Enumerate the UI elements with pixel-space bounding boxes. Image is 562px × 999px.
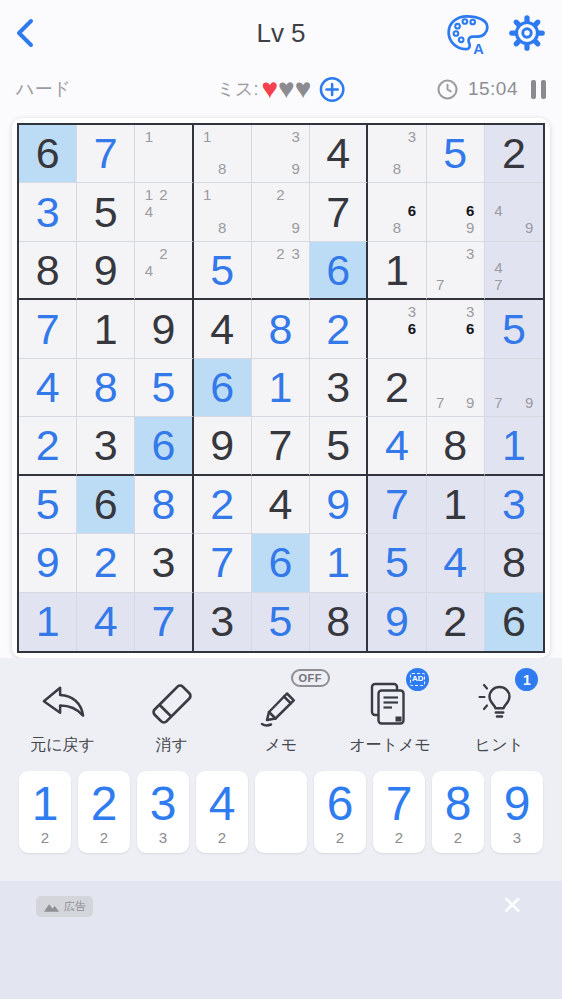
- pencil-mark: 2: [156, 186, 171, 203]
- numpad-digit: 2: [91, 780, 118, 828]
- clock-icon: [436, 78, 459, 101]
- pencil-mark: 3: [404, 303, 419, 320]
- pencil-mark: 4: [141, 262, 156, 279]
- cell-value: 3: [152, 541, 176, 584]
- cell-value: 1: [94, 308, 118, 351]
- pencil-mark: 7: [491, 276, 506, 293]
- gear-icon: [506, 12, 548, 54]
- cell-value: 9: [210, 424, 234, 467]
- cell-value: 3: [210, 600, 234, 643]
- ad-label: 広告: [64, 899, 86, 914]
- cell-value: 2: [385, 366, 409, 409]
- numpad-digit: 1: [32, 780, 59, 828]
- cell-r6c4[interactable]: 9: [194, 417, 252, 475]
- cell-value: 3: [36, 191, 60, 234]
- pencil-mark: 3: [463, 245, 478, 262]
- pencil-mark: 2: [273, 245, 288, 262]
- pencil-marks: 36: [374, 303, 419, 352]
- cell-r1c4[interactable]: 18: [194, 125, 252, 183]
- miss-label: ミス:: [217, 77, 259, 101]
- pencil-mark: 8: [389, 160, 404, 177]
- miss-counter: ミス: ♥♥♥: [217, 75, 346, 103]
- pencil-mark: 9: [288, 219, 303, 236]
- cell-value: 6: [36, 132, 60, 175]
- numpad-remaining-count: 2: [336, 830, 344, 845]
- cell-value: 2: [326, 308, 350, 351]
- ad-close-button[interactable]: ×: [502, 887, 522, 921]
- numpad-8[interactable]: 82: [432, 771, 484, 853]
- cell-r2c6[interactable]: 7: [310, 183, 368, 241]
- cell-r4c7[interactable]: 36: [368, 300, 426, 358]
- cell-r8c2[interactable]: 2: [77, 534, 135, 592]
- pencil-marks: 23: [258, 245, 303, 293]
- numpad-digit: 4: [209, 780, 236, 828]
- cell-value: 8: [152, 483, 176, 526]
- numpad-9[interactable]: 93: [491, 771, 543, 853]
- erase-label: 消す: [156, 735, 188, 756]
- cell-r2c2[interactable]: 5: [77, 183, 135, 241]
- numpad-remaining-count: 2: [41, 830, 49, 845]
- cell-value: 1: [443, 483, 467, 526]
- pause-bar: [531, 80, 536, 99]
- cell-value: 9: [36, 541, 60, 584]
- cell-r8c1[interactable]: 9: [19, 534, 77, 592]
- cell-value: 5: [210, 249, 234, 292]
- cell-r4c2[interactable]: 1: [77, 300, 135, 358]
- pencil-mark: 4: [491, 202, 506, 219]
- cell-value: 9: [326, 483, 350, 526]
- cell-r5c1[interactable]: 4: [19, 359, 77, 417]
- cell-r4c5[interactable]: 8: [252, 300, 310, 358]
- chevron-left-icon: [14, 18, 36, 48]
- numpad-remaining-count: 3: [159, 830, 167, 845]
- cell-r9c5[interactable]: 5: [252, 593, 310, 651]
- pencil-marks: 38: [374, 128, 419, 177]
- cell-r9c2[interactable]: 4: [77, 593, 135, 651]
- numpad-4[interactable]: 42: [196, 771, 248, 853]
- eraser-icon: [148, 680, 196, 728]
- cell-r9c8[interactable]: 2: [427, 593, 485, 651]
- cell-r9c7[interactable]: 9: [368, 593, 426, 651]
- cell-r3c8[interactable]: 37: [427, 242, 485, 300]
- heart-gray-icon: ♥: [295, 73, 312, 104]
- cell-value: 9: [152, 308, 176, 351]
- timer-group: 15:04: [436, 78, 546, 101]
- cell-r2c9[interactable]: 49: [485, 183, 543, 241]
- palette-icon: A: [445, 11, 491, 55]
- cell-value: 8: [326, 600, 350, 643]
- memo-label: メモ: [265, 735, 298, 756]
- cell-value: 7: [269, 424, 293, 467]
- pencil-mark: 3: [288, 245, 303, 262]
- cell-r3c3[interactable]: 24: [135, 242, 193, 300]
- pencil-marks: 29: [258, 186, 303, 235]
- numpad-digit: 3: [150, 780, 177, 828]
- cell-r5c3[interactable]: 5: [135, 359, 193, 417]
- cell-value: 2: [502, 132, 526, 175]
- pause-bar: [541, 80, 546, 99]
- cell-r4c4[interactable]: 4: [194, 300, 252, 358]
- cell-r9c9[interactable]: 6: [485, 593, 543, 651]
- undo-label: 元に戻す: [30, 735, 95, 756]
- cell-r7c2[interactable]: 6: [77, 476, 135, 534]
- settings-button[interactable]: [506, 12, 548, 54]
- cell-value: 1: [269, 366, 293, 409]
- auto-memo-button[interactable]: AD オートメモ: [336, 678, 445, 756]
- cell-value: 4: [94, 600, 118, 643]
- cell-r2c8[interactable]: 69: [427, 183, 485, 241]
- controls-section: 元に戻す 消す: [0, 658, 562, 881]
- hint-count-badge: 1: [515, 668, 538, 691]
- numpad-7[interactable]: 72: [373, 771, 425, 853]
- cell-r5c2[interactable]: 8: [77, 359, 135, 417]
- cell-r7c6[interactable]: 9: [310, 476, 368, 534]
- cell-r3c1[interactable]: 8: [19, 242, 77, 300]
- cell-value: 7: [210, 541, 234, 584]
- svg-text:A: A: [473, 41, 484, 55]
- pencil-mark: 2: [273, 186, 288, 203]
- ad-chart-icon: [43, 900, 60, 913]
- pencil-mark: 9: [522, 219, 537, 236]
- hint-label: ヒント: [475, 735, 524, 756]
- pencil-marks: 18: [200, 186, 245, 235]
- pencil-mark: 9: [522, 394, 537, 411]
- cell-r8c8[interactable]: 4: [427, 534, 485, 592]
- pencil-mark: 6: [463, 202, 478, 219]
- cell-r3c7[interactable]: 1: [368, 242, 426, 300]
- pencil-mark: 4: [141, 203, 156, 220]
- cell-r4c1[interactable]: 7: [19, 300, 77, 358]
- numpad-1[interactable]: 12: [19, 771, 71, 853]
- hint-button[interactable]: 1 ヒント: [445, 678, 554, 756]
- numpad-remaining-count: 2: [395, 830, 403, 845]
- cell-r1c3[interactable]: 1: [135, 125, 193, 183]
- cell-r4c3[interactable]: 9: [135, 300, 193, 358]
- cell-r1c6[interactable]: 4: [310, 125, 368, 183]
- pencil-mark: 6: [463, 320, 478, 337]
- cell-r6c1[interactable]: 2: [19, 417, 77, 475]
- undo-button[interactable]: 元に戻す: [8, 678, 117, 756]
- cell-r7c8[interactable]: 1: [427, 476, 485, 534]
- cell-value: 7: [94, 132, 118, 175]
- status-bar: ハード ミス: ♥♥♥ 15:04: [0, 66, 562, 112]
- cell-value: 7: [152, 600, 176, 643]
- cell-r6c8[interactable]: 8: [427, 417, 485, 475]
- pencil-mark: 9: [288, 160, 303, 177]
- cell-value: 4: [326, 132, 350, 175]
- pencil-marks: 79: [491, 362, 537, 411]
- cell-r3c6[interactable]: 6: [310, 242, 368, 300]
- pencil-mark: 4: [491, 259, 506, 276]
- cell-value: 3: [326, 366, 350, 409]
- pencil-mark: 9: [463, 394, 478, 411]
- auto-memo-label: オートメモ: [349, 735, 431, 756]
- pencil-mark: 3: [463, 303, 478, 320]
- cell-r6c2[interactable]: 3: [77, 417, 135, 475]
- cell-r2c1[interactable]: 3: [19, 183, 77, 241]
- cell-r5c4[interactable]: 6: [194, 359, 252, 417]
- cell-value: 5: [502, 308, 526, 351]
- memo-button[interactable]: OFF メモ: [226, 678, 335, 756]
- difficulty-label: ハード: [16, 77, 71, 101]
- cell-value: 5: [152, 366, 176, 409]
- cell-r7c9[interactable]: 3: [485, 476, 543, 534]
- heart-red-icon: ♥: [261, 73, 278, 104]
- cell-r6c5[interactable]: 7: [252, 417, 310, 475]
- cell-r2c3[interactable]: 124: [135, 183, 193, 241]
- pencil-mark: 7: [491, 394, 506, 411]
- cell-value: 6: [210, 366, 234, 409]
- cell-r4c8[interactable]: 36: [427, 300, 485, 358]
- pencil-marks: 37: [433, 245, 478, 293]
- cell-value: 1: [385, 249, 409, 292]
- numpad-remaining-count: 2: [218, 830, 226, 845]
- pencil-marks: 79: [433, 362, 478, 411]
- top-bar: Lv 5 A: [0, 0, 562, 66]
- cell-value: 8: [443, 424, 467, 467]
- cell-value: 2: [210, 483, 234, 526]
- cell-value: 5: [385, 541, 409, 584]
- pencil-marks: 69: [433, 186, 478, 235]
- cell-value: 2: [443, 600, 467, 643]
- cell-value: 4: [36, 366, 60, 409]
- cell-r6c9[interactable]: 1: [485, 417, 543, 475]
- cell-r4c6[interactable]: 2: [310, 300, 368, 358]
- cell-value: 8: [502, 541, 526, 584]
- numpad-digit: 7: [386, 780, 413, 828]
- toolbar: 元に戻す 消す: [0, 678, 562, 756]
- erase-button[interactable]: 消す: [117, 678, 226, 756]
- theme-palette-button[interactable]: A: [445, 11, 491, 55]
- pencil-mark: 1: [200, 128, 215, 145]
- cell-r8c7[interactable]: 5: [368, 534, 426, 592]
- pencil-marks: 124: [141, 186, 185, 235]
- cell-value: 4: [385, 424, 409, 467]
- cell-value: 9: [94, 249, 118, 292]
- numpad-6[interactable]: 62: [314, 771, 366, 853]
- back-button[interactable]: [14, 10, 52, 56]
- cell-r5c7[interactable]: 2: [368, 359, 426, 417]
- numpad-2[interactable]: 22: [78, 771, 130, 853]
- cell-value: 6: [152, 424, 176, 467]
- cell-r7c1[interactable]: 5: [19, 476, 77, 534]
- pencil-marks: 36: [433, 303, 478, 352]
- cell-r2c4[interactable]: 18: [194, 183, 252, 241]
- pencil-marks: 49: [491, 186, 537, 235]
- cell-r3c9[interactable]: 47: [485, 242, 543, 300]
- numpad-remaining-count: 2: [100, 830, 108, 845]
- cell-value: 1: [36, 600, 60, 643]
- cell-r6c3[interactable]: 6: [135, 417, 193, 475]
- cell-value: 3: [502, 483, 526, 526]
- pencil-mark: 8: [215, 160, 230, 177]
- cell-r2c7[interactable]: 68: [368, 183, 426, 241]
- pencil-mark: 8: [389, 219, 404, 236]
- cell-value: 5: [36, 483, 60, 526]
- cell-r8c6[interactable]: 1: [310, 534, 368, 592]
- cell-r8c4[interactable]: 7: [194, 534, 252, 592]
- numpad-digit: 6: [327, 780, 354, 828]
- cell-r8c3[interactable]: 3: [135, 534, 193, 592]
- pencil-marks: 47: [491, 245, 537, 293]
- pencil-mark: 3: [404, 128, 419, 145]
- pencil-mark: 7: [433, 394, 448, 411]
- cell-value: 9: [385, 600, 409, 643]
- pencil-mark: 2: [156, 245, 171, 262]
- cell-value: 5: [443, 132, 467, 175]
- cell-value: 6: [502, 600, 526, 643]
- pencil-marks: 39: [258, 128, 303, 177]
- cell-r7c7[interactable]: 7: [368, 476, 426, 534]
- cell-value: 4: [443, 541, 467, 584]
- memo-off-badge: OFF: [291, 669, 331, 687]
- pencil-marks: 18: [200, 128, 245, 177]
- cell-r3c2[interactable]: 9: [77, 242, 135, 300]
- cell-r9c3[interactable]: 7: [135, 593, 193, 651]
- cell-value: 2: [94, 541, 118, 584]
- pencil-mark: 8: [215, 219, 230, 236]
- auto-memo-icon: [365, 680, 415, 728]
- pencil-mark: 6: [404, 202, 419, 219]
- cell-r7c5[interactable]: 4: [252, 476, 310, 534]
- cell-r3c4[interactable]: 5: [194, 242, 252, 300]
- cell-value: 1: [326, 541, 350, 584]
- cell-value: 8: [94, 366, 118, 409]
- cell-r1c5[interactable]: 39: [252, 125, 310, 183]
- cell-r7c4[interactable]: 2: [194, 476, 252, 534]
- pencil-mark: 7: [433, 276, 448, 293]
- cell-r6c7[interactable]: 4: [368, 417, 426, 475]
- pencil-mark: 1: [141, 128, 156, 145]
- numpad-remaining-count: 3: [513, 830, 521, 845]
- pencil-icon: [258, 680, 304, 728]
- cell-r9c6[interactable]: 8: [310, 593, 368, 651]
- cell-value: 4: [269, 483, 293, 526]
- ad-banner: 広告 ×: [0, 881, 562, 999]
- hint-bulb-icon: [474, 680, 524, 728]
- cell-r5c5[interactable]: 1: [252, 359, 310, 417]
- pencil-mark: 6: [404, 320, 419, 337]
- cell-r5c6[interactable]: 3: [310, 359, 368, 417]
- cell-r1c8[interactable]: 5: [427, 125, 485, 183]
- numpad-remaining-count: 2: [454, 830, 462, 845]
- pencil-mark: 1: [200, 186, 215, 203]
- cell-r9c1[interactable]: 1: [19, 593, 77, 651]
- cell-r1c2[interactable]: 7: [77, 125, 135, 183]
- cell-r1c7[interactable]: 38: [368, 125, 426, 183]
- cell-value: 7: [385, 483, 409, 526]
- cell-value: 4: [210, 308, 234, 351]
- cell-r4c9[interactable]: 5: [485, 300, 543, 358]
- pencil-mark: 1: [141, 186, 156, 203]
- cell-r8c5[interactable]: 6: [252, 534, 310, 592]
- cell-value: 6: [94, 483, 118, 526]
- cell-value: 5: [326, 424, 350, 467]
- cell-r5c8[interactable]: 79: [427, 359, 485, 417]
- cell-r9c4[interactable]: 3: [194, 593, 252, 651]
- cell-value: 1: [502, 424, 526, 467]
- number-pad: 1222334262728293: [0, 771, 562, 853]
- cell-value: 3: [94, 424, 118, 467]
- pencil-marks: 1: [141, 128, 185, 177]
- timer-value: 15:04: [468, 78, 518, 100]
- cell-r7c3[interactable]: 8: [135, 476, 193, 534]
- cell-value: 6: [326, 249, 350, 292]
- pencil-marks: 24: [141, 245, 185, 293]
- cell-value: 6: [269, 541, 293, 584]
- cell-value: 2: [36, 424, 60, 467]
- numpad-3[interactable]: 33: [137, 771, 189, 853]
- cell-value: 8: [36, 249, 60, 292]
- pencil-mark: 3: [288, 128, 303, 145]
- cell-value: 7: [36, 308, 60, 351]
- cell-r1c1[interactable]: 6: [19, 125, 77, 183]
- cell-value: 8: [269, 308, 293, 351]
- add-heart-button[interactable]: [318, 76, 345, 103]
- heart-gray-icon: ♥: [278, 73, 295, 104]
- cell-value: 5: [94, 191, 118, 234]
- numpad-digit: 9: [504, 780, 531, 828]
- cell-value: 5: [269, 600, 293, 643]
- undo-icon: [37, 684, 89, 728]
- pencil-mark: 9: [463, 219, 478, 236]
- hearts-row: ♥♥♥: [261, 75, 311, 103]
- numpad-digit: 8: [445, 780, 472, 828]
- cell-r8c9[interactable]: 8: [485, 534, 543, 592]
- sudoku-board-card: 6711839438523512418297686949892452361374…: [12, 118, 550, 658]
- pencil-marks: 68: [374, 186, 419, 235]
- cell-r2c5[interactable]: 29: [252, 183, 310, 241]
- cell-r1c9[interactable]: 2: [485, 125, 543, 183]
- sudoku-grid: 6711839438523512418297686949892452361374…: [17, 123, 545, 653]
- cell-value: 7: [326, 191, 350, 234]
- numpad-empty[interactable]: [255, 771, 307, 853]
- cell-r6c6[interactable]: 5: [310, 417, 368, 475]
- cell-r3c5[interactable]: 23: [252, 242, 310, 300]
- plus-circle-icon: [318, 76, 345, 103]
- ad-info-badge: 広告: [36, 896, 93, 917]
- auto-memo-ad-badge: AD: [406, 668, 429, 691]
- cell-r5c9[interactable]: 79: [485, 359, 543, 417]
- pause-button[interactable]: [531, 80, 546, 99]
